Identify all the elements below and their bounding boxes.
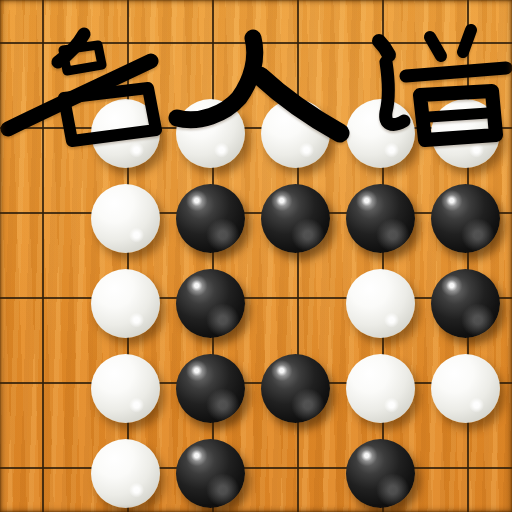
white-stone[interactable] [431, 99, 500, 168]
white-stone[interactable] [261, 99, 330, 168]
white-stone[interactable] [91, 269, 160, 338]
stones-layer [0, 0, 512, 512]
white-stone[interactable] [176, 99, 245, 168]
goban[interactable]: 名人谱 [0, 0, 512, 512]
white-stone[interactable] [91, 354, 160, 423]
black-stone[interactable] [261, 184, 330, 253]
white-stone[interactable] [91, 99, 160, 168]
black-stone[interactable] [346, 439, 415, 508]
white-stone[interactable] [346, 99, 415, 168]
white-stone[interactable] [91, 184, 160, 253]
black-stone[interactable] [431, 269, 500, 338]
black-stone[interactable] [346, 184, 415, 253]
white-stone[interactable] [91, 439, 160, 508]
black-stone[interactable] [176, 354, 245, 423]
black-stone[interactable] [176, 269, 245, 338]
white-stone[interactable] [431, 354, 500, 423]
black-stone[interactable] [261, 354, 330, 423]
white-stone[interactable] [346, 354, 415, 423]
black-stone[interactable] [176, 184, 245, 253]
black-stone[interactable] [431, 184, 500, 253]
white-stone[interactable] [346, 269, 415, 338]
black-stone[interactable] [176, 439, 245, 508]
go-app-icon: 名人谱 [0, 0, 512, 512]
